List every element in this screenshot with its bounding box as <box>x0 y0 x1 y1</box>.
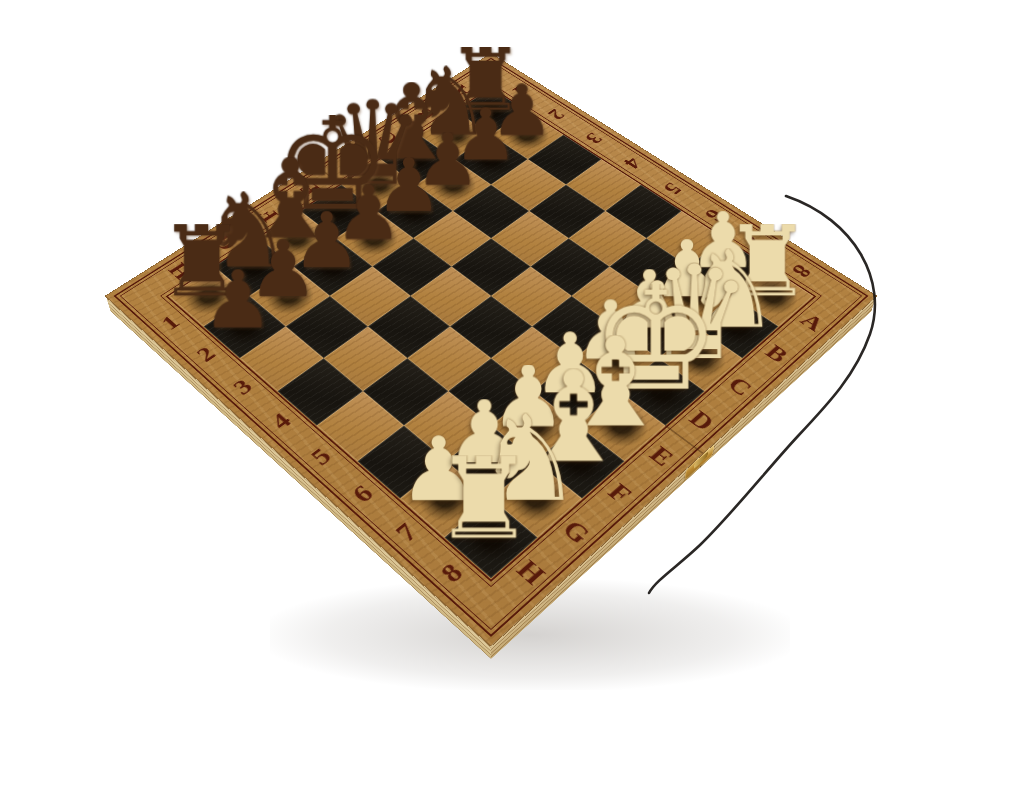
scene: 12345678 12345678 ABCDEFGH ABCDEFGH ♜♟♟♜… <box>185 0 797 602</box>
square-h2[interactable]: ♟ <box>204 296 286 358</box>
play-area: ♜♟♟♜♞♟♟♞♝♟♟♛♛♟♟♚♚♟♟♝♝♟♟♝♞♟♟♞♜♟♟♜ <box>169 88 813 578</box>
square-h8[interactable]: ♜ <box>445 499 538 579</box>
piece-light-rook[interactable]: ♜ <box>396 455 571 543</box>
chess-board: 12345678 12345678 ABCDEFGH ABCDEFGH ♜♟♟♜… <box>106 54 876 646</box>
chess-set-photo: 12345678 12345678 ABCDEFGH ABCDEFGH ♜♟♟♜… <box>0 0 1024 796</box>
piece-dark-pawn[interactable]: ♟ <box>160 269 315 331</box>
